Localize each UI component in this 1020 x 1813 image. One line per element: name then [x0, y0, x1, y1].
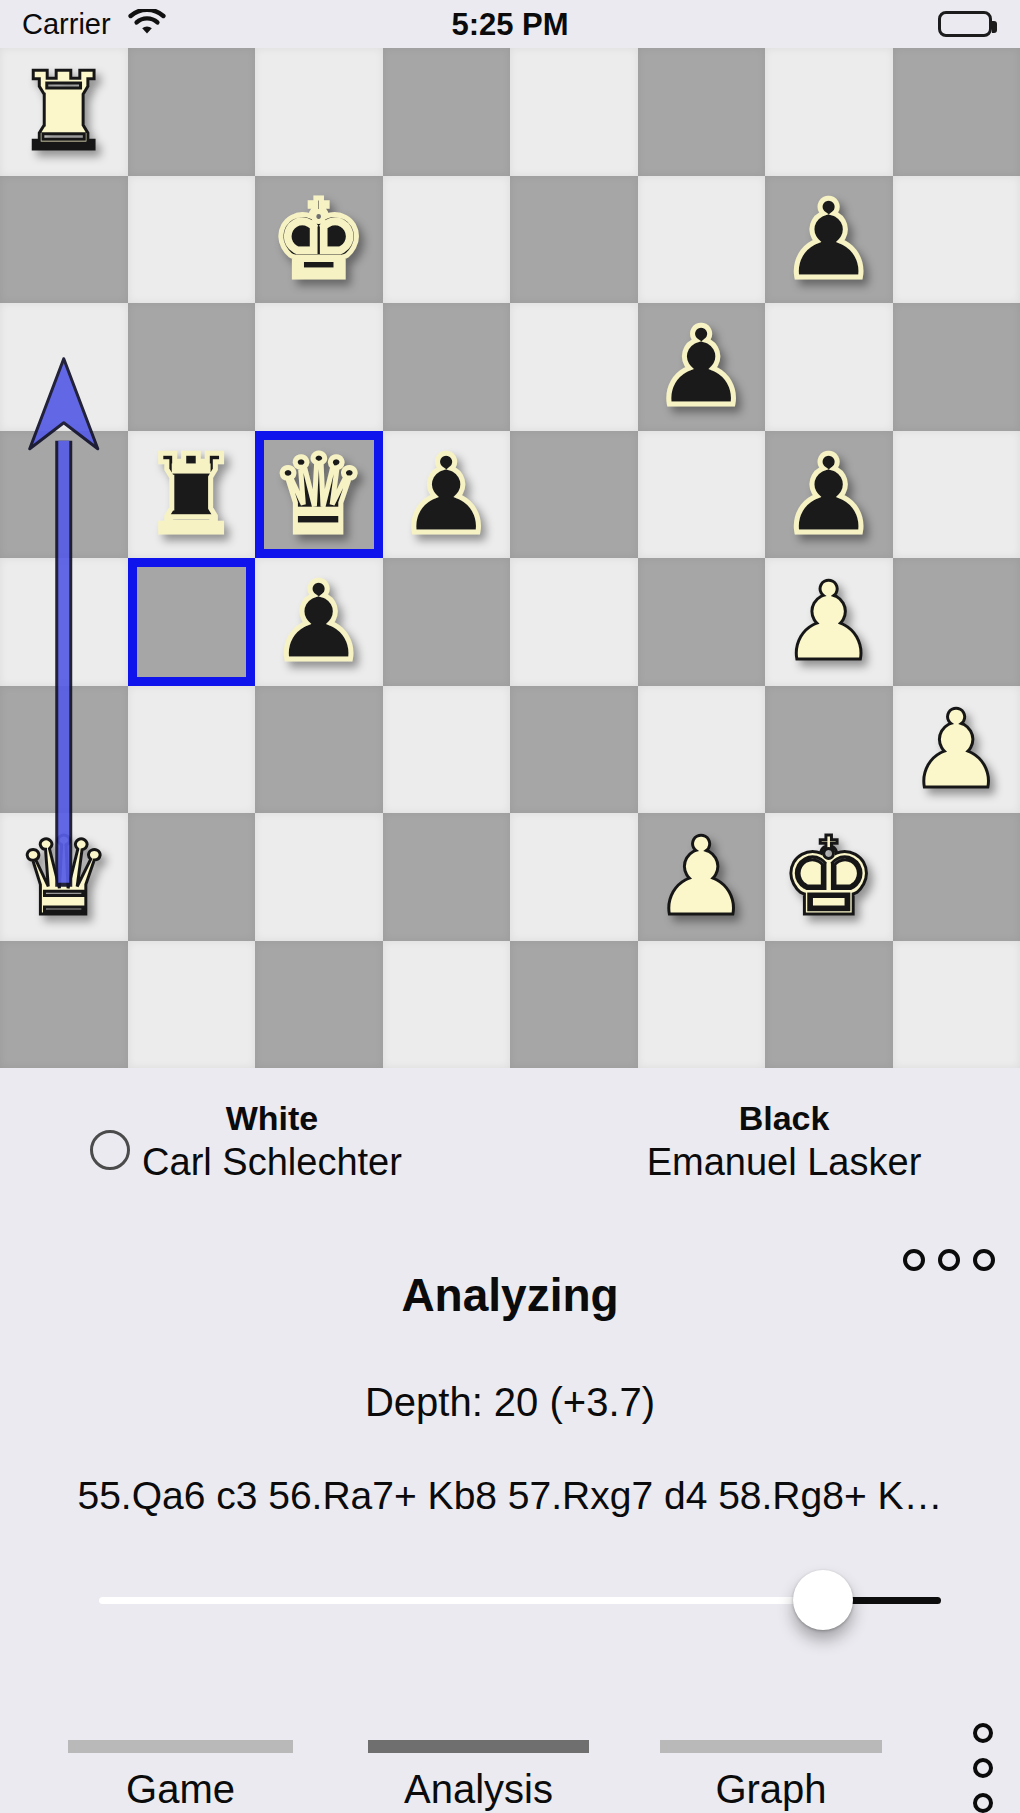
- tab-label: Graph: [660, 1767, 882, 1811]
- square-f5[interactable]: [638, 431, 766, 559]
- square-d6[interactable]: [383, 303, 511, 431]
- square-a8[interactable]: ♜♖: [0, 48, 128, 176]
- square-c3[interactable]: [255, 686, 383, 814]
- square-e5[interactable]: [510, 431, 638, 559]
- square-a6[interactable]: [0, 303, 128, 431]
- black-rook[interactable]: ♜: [128, 431, 256, 559]
- tab-analysis[interactable]: Analysis: [368, 1740, 589, 1811]
- square-g2[interactable]: ♚♔: [765, 813, 893, 941]
- tab-label: Analysis: [368, 1767, 589, 1811]
- square-b3[interactable]: [128, 686, 256, 814]
- piece-glyph: ♜: [128, 431, 256, 559]
- white-player-name: Carl Schlechter: [82, 1138, 462, 1186]
- square-g3[interactable]: [765, 686, 893, 814]
- square-a7[interactable]: [0, 176, 128, 304]
- square-h4[interactable]: [893, 558, 1020, 686]
- piece-glyph: ♟: [638, 303, 766, 431]
- square-c4[interactable]: ♟: [255, 558, 383, 686]
- square-f8[interactable]: [638, 48, 766, 176]
- square-b1[interactable]: [128, 941, 256, 1069]
- black-pawn[interactable]: ♟: [255, 558, 383, 686]
- slider-thumb[interactable]: [793, 1570, 853, 1630]
- black-pawn[interactable]: ♟: [383, 431, 511, 559]
- status-bar: Carrier 5:25 PM: [0, 0, 1020, 48]
- square-d1[interactable]: [383, 941, 511, 1069]
- square-c2[interactable]: [255, 813, 383, 941]
- piece-glyph: ♟: [893, 686, 1020, 814]
- black-label: Black: [594, 1098, 974, 1138]
- square-f7[interactable]: [638, 176, 766, 304]
- square-f6[interactable]: ♟: [638, 303, 766, 431]
- analysis-depth: Depth: 20 (+3.7): [0, 1380, 1020, 1425]
- square-d8[interactable]: [383, 48, 511, 176]
- analysis-move-line: 55.Qa6 c3 56.Ra7+ Kb8 57.Rxg7 d4 58.Rg8+…: [0, 1474, 1020, 1518]
- square-a1[interactable]: [0, 941, 128, 1069]
- slider-track-filled[interactable]: [99, 1597, 823, 1604]
- black-pawn[interactable]: ♟: [638, 303, 766, 431]
- white-pawn[interactable]: ♟♙: [765, 558, 893, 686]
- square-h6[interactable]: [893, 303, 1020, 431]
- square-h5[interactable]: [893, 431, 1020, 559]
- white-pawn[interactable]: ♟♙: [638, 813, 766, 941]
- square-b5[interactable]: ♜: [128, 431, 256, 559]
- square-d4[interactable]: [383, 558, 511, 686]
- piece-glyph: ♟: [765, 176, 893, 304]
- move-slider[interactable]: [99, 1570, 941, 1630]
- square-e1[interactable]: [510, 941, 638, 1069]
- square-b7[interactable]: [128, 176, 256, 304]
- piece-glyph: ♛: [255, 431, 383, 559]
- square-f2[interactable]: ♟♙: [638, 813, 766, 941]
- white-player-block: White Carl Schlechter: [82, 1098, 462, 1186]
- square-e3[interactable]: [510, 686, 638, 814]
- tab-indicator-bar: [68, 1740, 293, 1753]
- piece-glyph: ♛: [0, 813, 128, 941]
- square-h8[interactable]: [893, 48, 1020, 176]
- piece-glyph: ♚: [255, 176, 383, 304]
- square-d2[interactable]: [383, 813, 511, 941]
- square-a5[interactable]: [0, 431, 128, 559]
- square-b6[interactable]: [128, 303, 256, 431]
- white-queen[interactable]: ♛♕: [0, 813, 128, 941]
- tab-label: Game: [68, 1767, 293, 1811]
- square-d5[interactable]: ♟: [383, 431, 511, 559]
- square-a2[interactable]: ♛♕: [0, 813, 128, 941]
- white-king[interactable]: ♚♔: [765, 813, 893, 941]
- piece-glyph: ♚: [765, 813, 893, 941]
- tab-game[interactable]: Game: [68, 1740, 293, 1811]
- square-g6[interactable]: [765, 303, 893, 431]
- square-h2[interactable]: [893, 813, 1020, 941]
- black-queen[interactable]: ♛: [255, 431, 383, 559]
- square-d7[interactable]: [383, 176, 511, 304]
- piece-glyph: ♟: [638, 813, 766, 941]
- square-e4[interactable]: [510, 558, 638, 686]
- white-rook[interactable]: ♜♖: [0, 48, 128, 176]
- square-c6[interactable]: [255, 303, 383, 431]
- battery-icon: [938, 11, 992, 37]
- square-g8[interactable]: [765, 48, 893, 176]
- black-pawn[interactable]: ♟: [765, 431, 893, 559]
- square-g7[interactable]: ♟: [765, 176, 893, 304]
- square-c7[interactable]: ♚: [255, 176, 383, 304]
- tab-indicator-bar: [660, 1740, 882, 1753]
- white-label: White: [82, 1098, 462, 1138]
- chess-board[interactable]: ♜♖♚♟♟♜♛♟♟♟♟♙♟♙♛♕♟♙♚♔: [0, 48, 1020, 1068]
- square-h7[interactable]: [893, 176, 1020, 304]
- square-c5[interactable]: ♛: [255, 431, 383, 559]
- square-f4[interactable]: [638, 558, 766, 686]
- page-dot[interactable]: [973, 1793, 993, 1813]
- square-c1[interactable]: [255, 941, 383, 1069]
- square-c8[interactable]: [255, 48, 383, 176]
- square-e7[interactable]: [510, 176, 638, 304]
- black-player-name: Emanuel Lasker: [594, 1138, 974, 1186]
- square-g1[interactable]: [765, 941, 893, 1069]
- square-g5[interactable]: ♟: [765, 431, 893, 559]
- square-a4[interactable]: [0, 558, 128, 686]
- square-e2[interactable]: [510, 813, 638, 941]
- clock-time: 5:25 PM: [0, 7, 1020, 43]
- square-a3[interactable]: [0, 686, 128, 814]
- square-f3[interactable]: [638, 686, 766, 814]
- tab-indicator-bar: [368, 1740, 589, 1753]
- analysis-title: Analyzing: [0, 1268, 1020, 1322]
- piece-glyph: ♟: [765, 558, 893, 686]
- piece-glyph: ♟: [765, 431, 893, 559]
- square-g4[interactable]: ♟♙: [765, 558, 893, 686]
- square-b8[interactable]: [128, 48, 256, 176]
- square-b4[interactable]: [128, 558, 256, 686]
- black-pawn[interactable]: ♟: [765, 176, 893, 304]
- piece-glyph: ♟: [255, 558, 383, 686]
- piece-glyph: ♜: [0, 48, 128, 176]
- piece-glyph: ♟: [383, 431, 511, 559]
- page-dot[interactable]: [973, 1723, 993, 1743]
- page-dot[interactable]: [973, 1758, 993, 1778]
- square-h1[interactable]: [893, 941, 1020, 1069]
- square-e8[interactable]: [510, 48, 638, 176]
- vertical-page-dots[interactable]: [973, 1723, 993, 1813]
- square-h3[interactable]: ♟♙: [893, 686, 1020, 814]
- square-b2[interactable]: [128, 813, 256, 941]
- square-d3[interactable]: [383, 686, 511, 814]
- tab-graph[interactable]: Graph: [660, 1740, 882, 1811]
- black-player-block: Black Emanuel Lasker: [594, 1098, 974, 1186]
- square-e6[interactable]: [510, 303, 638, 431]
- square-f1[interactable]: [638, 941, 766, 1069]
- white-pawn[interactable]: ♟♙: [893, 686, 1020, 814]
- black-king[interactable]: ♚: [255, 176, 383, 304]
